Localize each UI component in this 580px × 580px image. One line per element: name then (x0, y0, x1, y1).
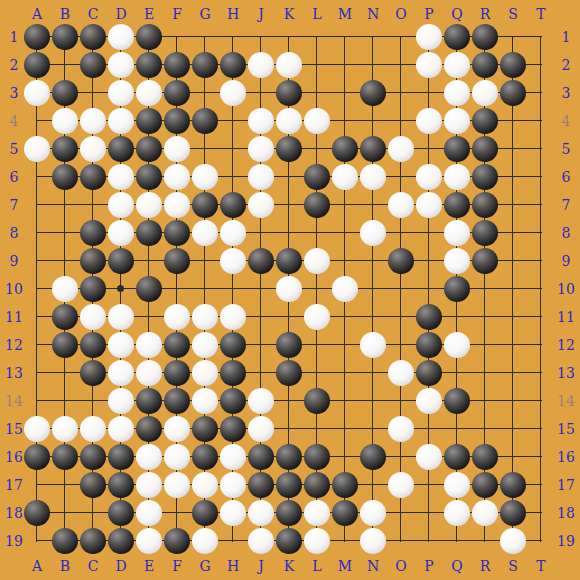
intersection-s18[interactable] (499, 499, 527, 527)
intersection-b11[interactable] (51, 303, 79, 331)
intersection-f12[interactable] (163, 331, 191, 359)
intersection-s8[interactable] (499, 219, 527, 247)
intersection-a6[interactable] (23, 163, 51, 191)
intersection-r16[interactable] (471, 443, 499, 471)
intersection-p19[interactable] (415, 527, 443, 555)
intersection-s19[interactable] (499, 527, 527, 555)
intersection-r15[interactable] (471, 415, 499, 443)
intersection-b13[interactable] (51, 359, 79, 387)
intersection-t12[interactable] (527, 331, 555, 359)
intersection-f3[interactable] (163, 79, 191, 107)
intersection-m16[interactable] (331, 443, 359, 471)
intersection-p4[interactable] (415, 107, 443, 135)
intersection-t7[interactable] (527, 191, 555, 219)
intersection-k7[interactable] (275, 191, 303, 219)
intersection-a1[interactable] (23, 23, 51, 51)
intersection-b4[interactable] (51, 107, 79, 135)
intersection-b3[interactable] (51, 79, 79, 107)
intersection-n7[interactable] (359, 191, 387, 219)
intersection-o16[interactable] (387, 443, 415, 471)
intersection-r11[interactable] (471, 303, 499, 331)
intersection-k6[interactable] (275, 163, 303, 191)
intersection-s14[interactable] (499, 387, 527, 415)
intersection-m9[interactable] (331, 247, 359, 275)
intersection-d9[interactable] (107, 247, 135, 275)
intersection-s3[interactable] (499, 79, 527, 107)
intersection-e9[interactable] (135, 247, 163, 275)
intersection-g8[interactable] (191, 219, 219, 247)
intersection-q5[interactable] (443, 135, 471, 163)
intersection-q8[interactable] (443, 219, 471, 247)
intersection-q10[interactable] (443, 275, 471, 303)
intersection-o7[interactable] (387, 191, 415, 219)
intersection-m4[interactable] (331, 107, 359, 135)
intersection-b6[interactable] (51, 163, 79, 191)
intersection-j9[interactable] (247, 247, 275, 275)
intersection-o5[interactable] (387, 135, 415, 163)
intersection-n11[interactable] (359, 303, 387, 331)
intersection-o1[interactable] (387, 23, 415, 51)
intersection-r18[interactable] (471, 499, 499, 527)
intersection-r13[interactable] (471, 359, 499, 387)
intersection-n15[interactable] (359, 415, 387, 443)
intersection-e18[interactable] (135, 499, 163, 527)
intersection-b8[interactable] (51, 219, 79, 247)
intersection-j6[interactable] (247, 163, 275, 191)
intersection-n19[interactable] (359, 527, 387, 555)
intersection-c17[interactable] (79, 471, 107, 499)
intersection-l13[interactable] (303, 359, 331, 387)
intersection-p9[interactable] (415, 247, 443, 275)
intersection-q11[interactable] (443, 303, 471, 331)
intersection-f6[interactable] (163, 163, 191, 191)
intersection-c12[interactable] (79, 331, 107, 359)
intersection-j8[interactable] (247, 219, 275, 247)
intersection-t15[interactable] (527, 415, 555, 443)
intersection-k11[interactable] (275, 303, 303, 331)
intersection-t19[interactable] (527, 527, 555, 555)
intersection-m1[interactable] (331, 23, 359, 51)
intersection-p1[interactable] (415, 23, 443, 51)
intersection-a12[interactable] (23, 331, 51, 359)
intersection-h10[interactable] (219, 275, 247, 303)
intersection-f18[interactable] (163, 499, 191, 527)
intersection-h14[interactable] (219, 387, 247, 415)
intersection-l2[interactable] (303, 51, 331, 79)
intersection-n16[interactable] (359, 443, 387, 471)
intersection-q7[interactable] (443, 191, 471, 219)
intersection-g14[interactable] (191, 387, 219, 415)
intersection-m10[interactable] (331, 275, 359, 303)
intersection-m15[interactable] (331, 415, 359, 443)
intersection-h15[interactable] (219, 415, 247, 443)
intersection-g12[interactable] (191, 331, 219, 359)
intersection-d12[interactable] (107, 331, 135, 359)
intersection-j13[interactable] (247, 359, 275, 387)
intersection-l18[interactable] (303, 499, 331, 527)
intersection-h19[interactable] (219, 527, 247, 555)
intersection-t8[interactable] (527, 219, 555, 247)
intersection-g1[interactable] (191, 23, 219, 51)
intersection-s11[interactable] (499, 303, 527, 331)
intersection-a17[interactable] (23, 471, 51, 499)
intersection-e7[interactable] (135, 191, 163, 219)
intersection-k14[interactable] (275, 387, 303, 415)
intersection-k13[interactable] (275, 359, 303, 387)
intersection-a18[interactable] (23, 499, 51, 527)
intersection-b1[interactable] (51, 23, 79, 51)
intersection-p16[interactable] (415, 443, 443, 471)
intersection-f1[interactable] (163, 23, 191, 51)
intersection-h2[interactable] (219, 51, 247, 79)
intersection-d13[interactable] (107, 359, 135, 387)
intersection-f9[interactable] (163, 247, 191, 275)
intersection-g16[interactable] (191, 443, 219, 471)
intersection-p18[interactable] (415, 499, 443, 527)
intersection-s5[interactable] (499, 135, 527, 163)
intersection-c9[interactable] (79, 247, 107, 275)
intersection-r6[interactable] (471, 163, 499, 191)
intersection-k17[interactable] (275, 471, 303, 499)
intersection-t6[interactable] (527, 163, 555, 191)
intersection-r19[interactable] (471, 527, 499, 555)
intersection-f11[interactable] (163, 303, 191, 331)
intersection-c10[interactable] (79, 275, 107, 303)
intersection-p5[interactable] (415, 135, 443, 163)
intersection-b5[interactable] (51, 135, 79, 163)
intersection-f10[interactable] (163, 275, 191, 303)
intersection-r5[interactable] (471, 135, 499, 163)
intersection-f13[interactable] (163, 359, 191, 387)
intersection-e6[interactable] (135, 163, 163, 191)
intersection-n8[interactable] (359, 219, 387, 247)
intersection-n9[interactable] (359, 247, 387, 275)
intersection-c8[interactable] (79, 219, 107, 247)
intersection-c15[interactable] (79, 415, 107, 443)
intersection-q19[interactable] (443, 527, 471, 555)
intersection-e10[interactable] (135, 275, 163, 303)
intersection-q1[interactable] (443, 23, 471, 51)
intersection-h1[interactable] (219, 23, 247, 51)
intersection-r2[interactable] (471, 51, 499, 79)
intersection-t13[interactable] (527, 359, 555, 387)
intersection-k16[interactable] (275, 443, 303, 471)
intersection-n4[interactable] (359, 107, 387, 135)
intersection-q13[interactable] (443, 359, 471, 387)
intersection-g19[interactable] (191, 527, 219, 555)
intersection-p7[interactable] (415, 191, 443, 219)
intersection-f17[interactable] (163, 471, 191, 499)
intersection-m8[interactable] (331, 219, 359, 247)
intersection-j4[interactable] (247, 107, 275, 135)
intersection-t18[interactable] (527, 499, 555, 527)
intersection-l6[interactable] (303, 163, 331, 191)
intersection-g2[interactable] (191, 51, 219, 79)
intersection-p15[interactable] (415, 415, 443, 443)
intersection-e11[interactable] (135, 303, 163, 331)
intersection-d14[interactable] (107, 387, 135, 415)
intersection-r1[interactable] (471, 23, 499, 51)
intersection-g6[interactable] (191, 163, 219, 191)
intersection-n13[interactable] (359, 359, 387, 387)
intersection-o8[interactable] (387, 219, 415, 247)
intersection-d6[interactable] (107, 163, 135, 191)
intersection-e8[interactable] (135, 219, 163, 247)
intersection-n1[interactable] (359, 23, 387, 51)
intersection-s12[interactable] (499, 331, 527, 359)
intersection-g17[interactable] (191, 471, 219, 499)
intersection-s9[interactable] (499, 247, 527, 275)
intersection-h4[interactable] (219, 107, 247, 135)
intersection-o18[interactable] (387, 499, 415, 527)
intersection-s13[interactable] (499, 359, 527, 387)
intersection-q14[interactable] (443, 387, 471, 415)
intersection-s2[interactable] (499, 51, 527, 79)
intersection-l19[interactable] (303, 527, 331, 555)
intersection-k10[interactable] (275, 275, 303, 303)
intersection-d5[interactable] (107, 135, 135, 163)
intersection-k12[interactable] (275, 331, 303, 359)
intersection-p17[interactable] (415, 471, 443, 499)
intersection-j19[interactable] (247, 527, 275, 555)
intersection-t2[interactable] (527, 51, 555, 79)
intersection-q12[interactable] (443, 331, 471, 359)
intersection-c5[interactable] (79, 135, 107, 163)
intersection-h11[interactable] (219, 303, 247, 331)
intersection-e14[interactable] (135, 387, 163, 415)
intersection-h7[interactable] (219, 191, 247, 219)
intersection-c13[interactable] (79, 359, 107, 387)
intersection-k3[interactable] (275, 79, 303, 107)
intersection-o9[interactable] (387, 247, 415, 275)
intersection-m18[interactable] (331, 499, 359, 527)
intersection-n5[interactable] (359, 135, 387, 163)
intersection-b10[interactable] (51, 275, 79, 303)
intersection-j15[interactable] (247, 415, 275, 443)
intersection-q4[interactable] (443, 107, 471, 135)
intersection-l14[interactable] (303, 387, 331, 415)
intersection-b18[interactable] (51, 499, 79, 527)
intersection-r4[interactable] (471, 107, 499, 135)
intersection-j18[interactable] (247, 499, 275, 527)
intersection-n18[interactable] (359, 499, 387, 527)
intersection-k15[interactable] (275, 415, 303, 443)
intersection-d11[interactable] (107, 303, 135, 331)
intersection-l8[interactable] (303, 219, 331, 247)
intersection-p8[interactable] (415, 219, 443, 247)
intersection-j12[interactable] (247, 331, 275, 359)
intersection-j16[interactable] (247, 443, 275, 471)
intersection-j2[interactable] (247, 51, 275, 79)
intersection-h16[interactable] (219, 443, 247, 471)
intersection-k19[interactable] (275, 527, 303, 555)
intersection-b12[interactable] (51, 331, 79, 359)
intersection-n14[interactable] (359, 387, 387, 415)
intersection-f19[interactable] (163, 527, 191, 555)
intersection-r8[interactable] (471, 219, 499, 247)
intersection-q9[interactable] (443, 247, 471, 275)
intersection-e4[interactable] (135, 107, 163, 135)
intersection-c1[interactable] (79, 23, 107, 51)
intersection-o6[interactable] (387, 163, 415, 191)
intersection-g13[interactable] (191, 359, 219, 387)
intersection-n6[interactable] (359, 163, 387, 191)
intersection-d1[interactable] (107, 23, 135, 51)
intersection-h17[interactable] (219, 471, 247, 499)
intersection-l4[interactable] (303, 107, 331, 135)
intersection-b19[interactable] (51, 527, 79, 555)
intersection-d19[interactable] (107, 527, 135, 555)
intersection-c11[interactable] (79, 303, 107, 331)
intersection-m14[interactable] (331, 387, 359, 415)
intersection-c19[interactable] (79, 527, 107, 555)
intersection-c4[interactable] (79, 107, 107, 135)
intersection-a13[interactable] (23, 359, 51, 387)
intersection-a5[interactable] (23, 135, 51, 163)
intersection-k8[interactable] (275, 219, 303, 247)
intersection-b9[interactable] (51, 247, 79, 275)
intersection-h13[interactable] (219, 359, 247, 387)
intersection-l7[interactable] (303, 191, 331, 219)
intersection-r14[interactable] (471, 387, 499, 415)
intersection-p3[interactable] (415, 79, 443, 107)
intersection-m17[interactable] (331, 471, 359, 499)
intersection-q18[interactable] (443, 499, 471, 527)
intersection-n12[interactable] (359, 331, 387, 359)
intersection-r10[interactable] (471, 275, 499, 303)
intersection-e13[interactable] (135, 359, 163, 387)
intersection-q16[interactable] (443, 443, 471, 471)
intersection-r3[interactable] (471, 79, 499, 107)
intersection-c18[interactable] (79, 499, 107, 527)
intersection-s10[interactable] (499, 275, 527, 303)
intersection-t16[interactable] (527, 443, 555, 471)
intersection-k18[interactable] (275, 499, 303, 527)
intersection-d10[interactable] (107, 275, 135, 303)
intersection-o13[interactable] (387, 359, 415, 387)
intersection-j7[interactable] (247, 191, 275, 219)
intersection-p2[interactable] (415, 51, 443, 79)
intersection-s15[interactable] (499, 415, 527, 443)
intersection-c2[interactable] (79, 51, 107, 79)
intersection-t14[interactable] (527, 387, 555, 415)
intersection-o4[interactable] (387, 107, 415, 135)
intersection-l11[interactable] (303, 303, 331, 331)
intersection-r12[interactable] (471, 331, 499, 359)
intersection-g9[interactable] (191, 247, 219, 275)
intersection-h5[interactable] (219, 135, 247, 163)
intersection-b15[interactable] (51, 415, 79, 443)
intersection-o12[interactable] (387, 331, 415, 359)
intersection-f8[interactable] (163, 219, 191, 247)
intersection-j1[interactable] (247, 23, 275, 51)
intersection-c3[interactable] (79, 79, 107, 107)
intersection-a15[interactable] (23, 415, 51, 443)
intersection-e5[interactable] (135, 135, 163, 163)
intersection-l16[interactable] (303, 443, 331, 471)
intersection-b17[interactable] (51, 471, 79, 499)
intersection-e15[interactable] (135, 415, 163, 443)
intersection-o19[interactable] (387, 527, 415, 555)
intersection-g11[interactable] (191, 303, 219, 331)
intersection-a8[interactable] (23, 219, 51, 247)
intersection-j5[interactable] (247, 135, 275, 163)
intersection-k2[interactable] (275, 51, 303, 79)
intersection-k4[interactable] (275, 107, 303, 135)
intersection-l12[interactable] (303, 331, 331, 359)
intersection-j14[interactable] (247, 387, 275, 415)
intersection-f4[interactable] (163, 107, 191, 135)
intersection-t1[interactable] (527, 23, 555, 51)
intersection-g15[interactable] (191, 415, 219, 443)
intersection-p14[interactable] (415, 387, 443, 415)
intersection-o2[interactable] (387, 51, 415, 79)
intersection-p11[interactable] (415, 303, 443, 331)
intersection-a19[interactable] (23, 527, 51, 555)
intersection-d16[interactable] (107, 443, 135, 471)
intersection-p13[interactable] (415, 359, 443, 387)
intersection-e3[interactable] (135, 79, 163, 107)
intersection-a7[interactable] (23, 191, 51, 219)
intersection-d8[interactable] (107, 219, 135, 247)
intersection-e16[interactable] (135, 443, 163, 471)
intersection-j17[interactable] (247, 471, 275, 499)
intersection-j11[interactable] (247, 303, 275, 331)
intersection-n2[interactable] (359, 51, 387, 79)
intersection-n10[interactable] (359, 275, 387, 303)
intersection-a4[interactable] (23, 107, 51, 135)
intersection-s1[interactable] (499, 23, 527, 51)
intersection-g18[interactable] (191, 499, 219, 527)
intersection-o14[interactable] (387, 387, 415, 415)
intersection-b14[interactable] (51, 387, 79, 415)
intersection-q2[interactable] (443, 51, 471, 79)
intersection-h6[interactable] (219, 163, 247, 191)
intersection-e12[interactable] (135, 331, 163, 359)
intersection-j3[interactable] (247, 79, 275, 107)
intersection-a3[interactable] (23, 79, 51, 107)
intersection-a10[interactable] (23, 275, 51, 303)
intersection-m19[interactable] (331, 527, 359, 555)
intersection-m3[interactable] (331, 79, 359, 107)
intersection-g3[interactable] (191, 79, 219, 107)
intersection-m12[interactable] (331, 331, 359, 359)
intersection-h12[interactable] (219, 331, 247, 359)
intersection-r7[interactable] (471, 191, 499, 219)
intersection-k1[interactable] (275, 23, 303, 51)
intersection-q17[interactable] (443, 471, 471, 499)
intersection-s7[interactable] (499, 191, 527, 219)
intersection-f14[interactable] (163, 387, 191, 415)
intersection-s6[interactable] (499, 163, 527, 191)
intersection-m2[interactable] (331, 51, 359, 79)
intersection-d4[interactable] (107, 107, 135, 135)
intersection-a9[interactable] (23, 247, 51, 275)
intersection-l3[interactable] (303, 79, 331, 107)
intersection-c6[interactable] (79, 163, 107, 191)
intersection-s16[interactable] (499, 443, 527, 471)
intersection-k5[interactable] (275, 135, 303, 163)
intersection-h18[interactable] (219, 499, 247, 527)
intersection-t5[interactable] (527, 135, 555, 163)
intersection-d3[interactable] (107, 79, 135, 107)
intersection-e1[interactable] (135, 23, 163, 51)
intersection-c14[interactable] (79, 387, 107, 415)
intersection-m13[interactable] (331, 359, 359, 387)
intersection-f2[interactable] (163, 51, 191, 79)
intersection-q15[interactable] (443, 415, 471, 443)
intersection-j10[interactable] (247, 275, 275, 303)
